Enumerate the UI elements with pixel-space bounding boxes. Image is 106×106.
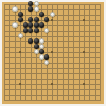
black-stone	[34, 44, 39, 49]
white-stone	[34, 49, 39, 54]
black-stone	[39, 22, 44, 27]
stones-grid	[2, 1, 103, 102]
black-stone	[28, 38, 33, 43]
black-stone	[44, 54, 49, 59]
white-stone	[12, 6, 17, 11]
black-stone	[28, 1, 33, 6]
white-stone	[34, 1, 39, 6]
black-stone	[18, 12, 23, 17]
black-stone	[34, 28, 39, 33]
black-stone	[23, 22, 28, 27]
black-stone	[28, 22, 33, 27]
black-stone	[23, 28, 28, 33]
black-stone	[18, 17, 23, 22]
white-stone	[12, 22, 17, 27]
white-stone	[39, 44, 44, 49]
go-app: { "game": "go", "board_size": 19, "posit…	[0, 0, 106, 106]
black-stone	[34, 17, 39, 22]
black-stone	[34, 22, 39, 27]
white-stone	[18, 33, 23, 38]
black-stone	[34, 38, 39, 43]
white-stone	[39, 54, 44, 59]
black-stone	[39, 12, 44, 17]
black-stone	[44, 17, 49, 22]
white-stone	[50, 12, 55, 17]
black-stone	[28, 17, 33, 22]
white-stone	[44, 60, 49, 65]
go-board[interactable]	[2, 2, 104, 104]
white-stone	[44, 28, 49, 33]
black-stone	[28, 28, 33, 33]
black-stone	[28, 6, 33, 11]
white-stone	[34, 6, 39, 11]
white-stone	[39, 38, 44, 43]
black-stone	[39, 49, 44, 54]
